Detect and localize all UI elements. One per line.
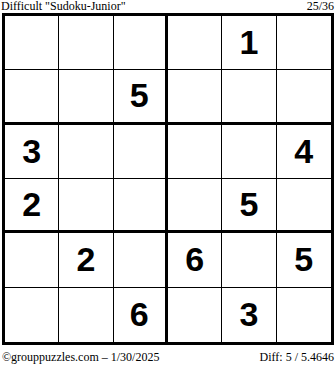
cell-r6c6[interactable]: [277, 288, 331, 342]
cell-r3c1: 3: [5, 125, 59, 179]
cell-r3c4[interactable]: [168, 125, 222, 179]
cell-r6c1[interactable]: [5, 288, 59, 342]
sudoku-board: 15342526563: [2, 13, 334, 345]
cell-r3c3[interactable]: [114, 125, 168, 179]
cell-r6c5: 3: [222, 288, 276, 342]
header: Difficult "Sudoku-Junior" 25/36: [1, 0, 334, 13]
footer: ©grouppuzzles.com – 1/30/2025 Diff: 5 / …: [2, 350, 334, 364]
cell-r1c4[interactable]: [168, 16, 222, 70]
cell-r2c2[interactable]: [59, 70, 113, 124]
cell-r5c3[interactable]: [114, 233, 168, 287]
cell-r4c3[interactable]: [114, 179, 168, 233]
cell-r6c3: 6: [114, 288, 168, 342]
cell-r5c4: 6: [168, 233, 222, 287]
cell-r1c3[interactable]: [114, 16, 168, 70]
cell-r6c4[interactable]: [168, 288, 222, 342]
cell-r3c2[interactable]: [59, 125, 113, 179]
cell-r2c6[interactable]: [277, 70, 331, 124]
cell-r2c1[interactable]: [5, 70, 59, 124]
empty-cell-counter: 25/36: [307, 0, 334, 13]
cell-r1c2[interactable]: [59, 16, 113, 70]
cell-r5c5[interactable]: [222, 233, 276, 287]
sudoku-grid: 15342526563: [5, 16, 331, 342]
cell-r5c2: 2: [59, 233, 113, 287]
cell-r4c5: 5: [222, 179, 276, 233]
cell-r2c5[interactable]: [222, 70, 276, 124]
cell-r4c4[interactable]: [168, 179, 222, 233]
cell-r1c6[interactable]: [277, 16, 331, 70]
cell-r3c6: 4: [277, 125, 331, 179]
cell-r2c4[interactable]: [168, 70, 222, 124]
copyright-text: ©grouppuzzles.com – 1/30/2025: [2, 350, 159, 364]
page-title: Difficult "Sudoku-Junior": [1, 0, 126, 13]
cell-r6c2[interactable]: [59, 288, 113, 342]
cell-r3c5[interactable]: [222, 125, 276, 179]
puzzle-page: Difficult "Sudoku-Junior" 25/36 15342526…: [0, 0, 336, 370]
cell-r4c2[interactable]: [59, 179, 113, 233]
cell-r5c6: 5: [277, 233, 331, 287]
cell-r1c5: 1: [222, 16, 276, 70]
cell-r4c6[interactable]: [277, 179, 331, 233]
cell-r4c1: 2: [5, 179, 59, 233]
difficulty-text: Diff: 5 / 5.4646: [260, 350, 334, 364]
cell-r2c3: 5: [114, 70, 168, 124]
cell-r5c1[interactable]: [5, 233, 59, 287]
cell-r1c1[interactable]: [5, 16, 59, 70]
